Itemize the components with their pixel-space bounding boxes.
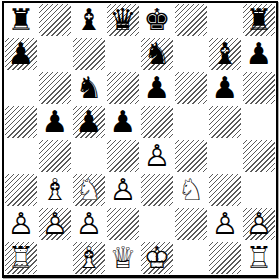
- square-d5[interactable]: ♟: [106, 105, 140, 139]
- square-h8[interactable]: ♜: [242, 3, 276, 37]
- square-b2[interactable]: ♟♙: [38, 207, 72, 241]
- piece-white-queen-fill: ♛: [106, 241, 140, 275]
- piece-black-pawn: ♟: [72, 105, 106, 139]
- square-c8[interactable]: ♝: [72, 3, 106, 37]
- piece-white-bishop-fill: ♝: [38, 173, 72, 207]
- piece-black-pawn: ♟: [38, 105, 72, 139]
- square-b3[interactable]: ♝♗: [38, 173, 72, 207]
- piece-white-knight-fill: ♞: [174, 173, 208, 207]
- chess-board: ♜♝♛♚♜♟♞♝♟♞♟♟♟♟♟♟♙♝♗♞♘♟♙♞♘♟♙♟♙♟♙♟♙♟♙♜♖♝♗♛…: [4, 3, 276, 275]
- piece-black-pawn: ♟: [106, 105, 140, 139]
- square-h5[interactable]: [242, 105, 276, 139]
- piece-white-pawn: ♙: [106, 173, 140, 207]
- piece-white-king: ♔: [140, 241, 174, 275]
- piece-black-knight: ♞: [72, 71, 106, 105]
- square-h7[interactable]: ♟: [242, 37, 276, 71]
- square-d4[interactable]: [106, 139, 140, 173]
- square-h6[interactable]: [242, 71, 276, 105]
- square-e3[interactable]: [140, 173, 174, 207]
- piece-black-queen: ♛: [106, 3, 140, 37]
- piece-white-bishop: ♗: [38, 173, 72, 207]
- piece-white-pawn: ♙: [4, 207, 38, 241]
- piece-white-knight-fill: ♞: [72, 173, 106, 207]
- square-f4[interactable]: [174, 139, 208, 173]
- piece-white-pawn-fill: ♟: [38, 207, 72, 241]
- square-a2[interactable]: ♟♙: [4, 207, 38, 241]
- square-b1[interactable]: [38, 241, 72, 275]
- piece-black-rook: ♜: [242, 3, 276, 37]
- square-a5[interactable]: [4, 105, 38, 139]
- piece-white-pawn-fill: ♟: [242, 207, 276, 241]
- square-a6[interactable]: [4, 71, 38, 105]
- square-g7[interactable]: ♝: [208, 37, 242, 71]
- square-h4[interactable]: [242, 139, 276, 173]
- piece-white-queen: ♕: [106, 241, 140, 275]
- piece-white-rook: ♖: [242, 241, 276, 275]
- square-c1[interactable]: ♝♗: [72, 241, 106, 275]
- piece-white-pawn-fill: ♟: [72, 207, 106, 241]
- chess-diagram: ♜♝♛♚♜♟♞♝♟♞♟♟♟♟♟♟♙♝♗♞♘♟♙♞♘♟♙♟♙♟♙♟♙♟♙♜♖♝♗♛…: [0, 0, 280, 279]
- piece-black-bishop: ♝: [208, 37, 242, 71]
- square-d2[interactable]: [106, 207, 140, 241]
- square-b7[interactable]: [38, 37, 72, 71]
- square-c4[interactable]: [72, 139, 106, 173]
- piece-black-pawn: ♟: [4, 37, 38, 71]
- square-f3[interactable]: ♞♘: [174, 173, 208, 207]
- piece-white-pawn-fill: ♟: [4, 207, 38, 241]
- square-b8[interactable]: [38, 3, 72, 37]
- piece-white-pawn: ♙: [72, 207, 106, 241]
- square-e4[interactable]: ♟♙: [140, 139, 174, 173]
- piece-black-king: ♚: [140, 3, 174, 37]
- square-c6[interactable]: ♞: [72, 71, 106, 105]
- square-d7[interactable]: [106, 37, 140, 71]
- piece-black-knight: ♞: [140, 37, 174, 71]
- square-h3[interactable]: [242, 173, 276, 207]
- square-d8[interactable]: ♛: [106, 3, 140, 37]
- square-b5[interactable]: ♟: [38, 105, 72, 139]
- piece-white-rook-fill: ♜: [4, 241, 38, 275]
- piece-white-rook-fill: ♜: [242, 241, 276, 275]
- piece-white-pawn-fill: ♟: [140, 139, 174, 173]
- piece-white-knight: ♘: [174, 173, 208, 207]
- square-h2[interactable]: ♟♙: [242, 207, 276, 241]
- board-frame: ♜♝♛♚♜♟♞♝♟♞♟♟♟♟♟♟♙♝♗♞♘♟♙♞♘♟♙♟♙♟♙♟♙♟♙♜♖♝♗♛…: [2, 1, 278, 278]
- piece-black-pawn: ♟: [208, 71, 242, 105]
- piece-black-rook: ♜: [4, 3, 38, 37]
- square-e8[interactable]: ♚: [140, 3, 174, 37]
- piece-white-pawn: ♙: [242, 207, 276, 241]
- square-a7[interactable]: ♟: [4, 37, 38, 71]
- square-a8[interactable]: ♜: [4, 3, 38, 37]
- piece-white-king-fill: ♚: [140, 241, 174, 275]
- square-a3[interactable]: [4, 173, 38, 207]
- square-e7[interactable]: ♞: [140, 37, 174, 71]
- square-d3[interactable]: ♟♙: [106, 173, 140, 207]
- square-c5[interactable]: ♟: [72, 105, 106, 139]
- piece-white-rook: ♖: [4, 241, 38, 275]
- square-g5[interactable]: [208, 105, 242, 139]
- piece-white-bishop-fill: ♝: [72, 241, 106, 275]
- square-h1[interactable]: ♜♖: [242, 241, 276, 275]
- square-e2[interactable]: [140, 207, 174, 241]
- square-f6[interactable]: [174, 71, 208, 105]
- square-c3[interactable]: ♞♘: [72, 173, 106, 207]
- square-f5[interactable]: [174, 105, 208, 139]
- square-g2[interactable]: ♟♙: [208, 207, 242, 241]
- square-d6[interactable]: [106, 71, 140, 105]
- square-g4[interactable]: [208, 139, 242, 173]
- square-b4[interactable]: [38, 139, 72, 173]
- piece-white-pawn-fill: ♟: [106, 173, 140, 207]
- square-g1[interactable]: [208, 241, 242, 275]
- square-e1[interactable]: ♚♔: [140, 241, 174, 275]
- piece-white-bishop: ♗: [72, 241, 106, 275]
- square-a1[interactable]: ♜♖: [4, 241, 38, 275]
- square-a4[interactable]: [4, 139, 38, 173]
- square-f7[interactable]: [174, 37, 208, 71]
- square-e5[interactable]: [140, 105, 174, 139]
- square-b6[interactable]: [38, 71, 72, 105]
- square-c2[interactable]: ♟♙: [72, 207, 106, 241]
- piece-white-knight: ♘: [72, 173, 106, 207]
- square-f1[interactable]: [174, 241, 208, 275]
- square-c7[interactable]: [72, 37, 106, 71]
- piece-black-bishop: ♝: [72, 3, 106, 37]
- piece-black-pawn: ♟: [242, 37, 276, 71]
- piece-white-pawn: ♙: [140, 139, 174, 173]
- square-g6[interactable]: ♟: [208, 71, 242, 105]
- piece-black-pawn: ♟: [140, 71, 174, 105]
- piece-white-pawn: ♙: [38, 207, 72, 241]
- square-e6[interactable]: ♟: [140, 71, 174, 105]
- square-g8[interactable]: [208, 3, 242, 37]
- piece-white-pawn: ♙: [208, 207, 242, 241]
- square-f8[interactable]: [174, 3, 208, 37]
- square-f2[interactable]: [174, 207, 208, 241]
- piece-white-pawn-fill: ♟: [208, 207, 242, 241]
- square-d1[interactable]: ♛♕: [106, 241, 140, 275]
- square-g3[interactable]: [208, 173, 242, 207]
